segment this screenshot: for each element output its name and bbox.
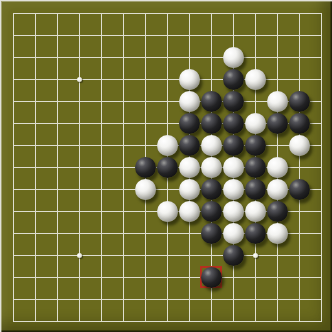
intersection[interactable] [178, 178, 200, 200]
intersection[interactable] [178, 68, 200, 90]
white-stone [179, 201, 200, 222]
intersection[interactable] [24, 244, 46, 266]
intersection[interactable] [2, 134, 24, 156]
intersection[interactable] [222, 244, 244, 266]
intersection[interactable] [2, 90, 24, 112]
intersection[interactable] [90, 112, 112, 134]
intersection[interactable] [310, 46, 332, 68]
intersection[interactable] [134, 244, 156, 266]
intersection[interactable] [156, 2, 178, 24]
intersection[interactable] [68, 310, 90, 332]
black-stone [267, 113, 288, 134]
intersection[interactable] [310, 266, 332, 288]
intersection[interactable] [200, 288, 222, 310]
intersection[interactable] [266, 90, 288, 112]
intersection[interactable] [288, 24, 310, 46]
intersection[interactable] [112, 156, 134, 178]
intersection[interactable] [90, 46, 112, 68]
intersection[interactable] [156, 90, 178, 112]
intersection[interactable] [90, 310, 112, 332]
intersection[interactable] [156, 244, 178, 266]
intersection[interactable] [134, 178, 156, 200]
intersection[interactable] [222, 288, 244, 310]
intersection[interactable] [222, 46, 244, 68]
black-stone [245, 135, 266, 156]
intersection[interactable] [90, 288, 112, 310]
intersection[interactable] [310, 90, 332, 112]
intersection[interactable] [288, 112, 310, 134]
white-stone [223, 157, 244, 178]
white-stone [223, 47, 244, 68]
intersection[interactable] [288, 90, 310, 112]
intersection[interactable] [46, 266, 68, 288]
white-stone [245, 69, 266, 90]
intersection[interactable] [200, 112, 222, 134]
intersection[interactable] [310, 68, 332, 90]
intersection[interactable] [266, 222, 288, 244]
intersection[interactable] [178, 288, 200, 310]
intersection[interactable] [310, 222, 332, 244]
intersection[interactable] [24, 222, 46, 244]
intersection[interactable] [24, 310, 46, 332]
intersection[interactable] [288, 156, 310, 178]
black-stone [267, 201, 288, 222]
black-stone [223, 91, 244, 112]
intersection[interactable] [90, 68, 112, 90]
intersection[interactable] [200, 244, 222, 266]
black-stone [201, 179, 222, 200]
intersection[interactable] [112, 200, 134, 222]
intersection[interactable] [266, 178, 288, 200]
intersection[interactable] [68, 24, 90, 46]
intersection[interactable] [156, 156, 178, 178]
intersection[interactable] [134, 222, 156, 244]
intersection[interactable] [310, 310, 332, 332]
intersection[interactable] [266, 134, 288, 156]
intersection[interactable] [24, 200, 46, 222]
intersection[interactable] [200, 156, 222, 178]
intersection[interactable] [200, 2, 222, 24]
intersection[interactable] [112, 24, 134, 46]
intersection[interactable] [24, 68, 46, 90]
intersection[interactable] [134, 46, 156, 68]
intersection[interactable] [244, 2, 266, 24]
white-stone [135, 179, 156, 200]
intersection[interactable] [46, 24, 68, 46]
intersection[interactable] [112, 222, 134, 244]
intersection[interactable] [24, 24, 46, 46]
white-stone [201, 135, 222, 156]
intersection[interactable] [68, 112, 90, 134]
intersection[interactable] [288, 222, 310, 244]
intersection[interactable] [134, 24, 156, 46]
intersection[interactable] [134, 288, 156, 310]
intersection[interactable] [222, 266, 244, 288]
black-stone [201, 113, 222, 134]
intersection[interactable] [90, 24, 112, 46]
intersection[interactable] [2, 68, 24, 90]
intersection[interactable] [46, 178, 68, 200]
intersection[interactable] [2, 46, 24, 68]
intersection[interactable] [134, 156, 156, 178]
intersection[interactable] [310, 134, 332, 156]
intersection[interactable] [2, 24, 24, 46]
black-stone [245, 179, 266, 200]
intersection[interactable] [90, 244, 112, 266]
intersection[interactable] [90, 134, 112, 156]
intersection[interactable] [222, 112, 244, 134]
intersection[interactable] [156, 112, 178, 134]
intersection[interactable] [266, 310, 288, 332]
intersection[interactable] [46, 46, 68, 68]
intersection[interactable] [2, 266, 24, 288]
intersection[interactable] [46, 2, 68, 24]
black-stone [223, 135, 244, 156]
white-stone [223, 223, 244, 244]
intersection[interactable] [68, 90, 90, 112]
intersection[interactable] [244, 244, 266, 266]
intersection[interactable] [244, 134, 266, 156]
black-stone [135, 157, 156, 178]
intersection[interactable] [288, 266, 310, 288]
intersection[interactable] [24, 112, 46, 134]
black-stone [223, 245, 244, 266]
intersection[interactable] [310, 112, 332, 134]
black-stone [245, 223, 266, 244]
white-stone [179, 69, 200, 90]
intersection[interactable] [156, 266, 178, 288]
intersection[interactable] [68, 68, 90, 90]
intersection[interactable] [90, 2, 112, 24]
intersection[interactable] [24, 288, 46, 310]
intersection[interactable] [134, 266, 156, 288]
intersection[interactable] [134, 68, 156, 90]
white-stone [267, 91, 288, 112]
intersection[interactable] [46, 288, 68, 310]
intersection[interactable] [244, 310, 266, 332]
intersection[interactable] [2, 112, 24, 134]
intersection[interactable] [178, 222, 200, 244]
intersection[interactable] [156, 288, 178, 310]
intersection[interactable] [178, 112, 200, 134]
intersection[interactable] [2, 222, 24, 244]
intersection[interactable] [90, 156, 112, 178]
intersection[interactable] [156, 178, 178, 200]
intersection[interactable] [2, 310, 24, 332]
intersection[interactable] [178, 200, 200, 222]
intersection[interactable] [266, 46, 288, 68]
black-stone [289, 179, 310, 200]
white-stone [223, 201, 244, 222]
white-stone [289, 135, 310, 156]
intersection[interactable] [46, 112, 68, 134]
black-stone [289, 91, 310, 112]
intersection[interactable] [288, 178, 310, 200]
intersection[interactable] [200, 24, 222, 46]
intersection[interactable] [112, 46, 134, 68]
intersection[interactable] [134, 310, 156, 332]
intersection[interactable] [288, 134, 310, 156]
black-stone [179, 135, 200, 156]
intersection[interactable] [46, 310, 68, 332]
intersection[interactable] [68, 46, 90, 68]
intersection[interactable] [222, 24, 244, 46]
intersection[interactable] [244, 90, 266, 112]
intersection[interactable] [244, 156, 266, 178]
intersection[interactable] [178, 24, 200, 46]
intersection[interactable] [200, 68, 222, 90]
intersection[interactable] [310, 200, 332, 222]
intersection[interactable] [200, 222, 222, 244]
intersection[interactable] [266, 2, 288, 24]
intersection[interactable] [310, 288, 332, 310]
intersection[interactable] [2, 244, 24, 266]
black-stone [201, 223, 222, 244]
intersection[interactable] [156, 134, 178, 156]
intersection[interactable] [244, 24, 266, 46]
intersection[interactable] [134, 2, 156, 24]
intersection[interactable] [266, 156, 288, 178]
intersection[interactable] [222, 178, 244, 200]
intersection[interactable] [222, 310, 244, 332]
intersection[interactable] [112, 68, 134, 90]
intersection[interactable] [2, 2, 24, 24]
intersection[interactable] [200, 178, 222, 200]
intersection[interactable] [112, 112, 134, 134]
intersection[interactable] [112, 178, 134, 200]
intersection[interactable] [266, 24, 288, 46]
white-stone [157, 135, 178, 156]
intersection[interactable] [222, 200, 244, 222]
white-stone [179, 91, 200, 112]
intersection[interactable] [46, 244, 68, 266]
intersection[interactable] [2, 156, 24, 178]
intersection[interactable] [244, 222, 266, 244]
intersection[interactable] [244, 266, 266, 288]
black-stone [201, 201, 222, 222]
white-stone [201, 157, 222, 178]
intersection[interactable] [156, 68, 178, 90]
intersection[interactable] [178, 2, 200, 24]
intersection[interactable] [134, 112, 156, 134]
white-stone [267, 157, 288, 178]
intersection[interactable] [222, 68, 244, 90]
black-stone [223, 113, 244, 134]
black-stone [201, 267, 222, 288]
intersection[interactable] [266, 112, 288, 134]
intersection[interactable] [24, 46, 46, 68]
intersection[interactable] [24, 90, 46, 112]
intersection[interactable] [156, 200, 178, 222]
white-stone [245, 113, 266, 134]
intersection[interactable] [266, 266, 288, 288]
black-stone [289, 113, 310, 134]
intersection[interactable] [68, 200, 90, 222]
intersection[interactable] [68, 134, 90, 156]
intersection[interactable] [46, 222, 68, 244]
intersection[interactable] [178, 46, 200, 68]
intersection[interactable] [68, 222, 90, 244]
intersection[interactable] [24, 178, 46, 200]
intersection[interactable] [2, 288, 24, 310]
intersection[interactable] [134, 90, 156, 112]
intersection[interactable] [46, 200, 68, 222]
intersection[interactable] [156, 222, 178, 244]
intersection[interactable] [112, 90, 134, 112]
gomoku-board[interactable] [0, 0, 332, 332]
white-stone [267, 179, 288, 200]
intersection[interactable] [68, 178, 90, 200]
intersection[interactable] [68, 266, 90, 288]
intersection[interactable] [112, 134, 134, 156]
intersection[interactable] [222, 134, 244, 156]
intersection[interactable] [68, 244, 90, 266]
intersection[interactable] [310, 156, 332, 178]
intersection[interactable] [2, 178, 24, 200]
black-stone [201, 91, 222, 112]
intersection[interactable] [46, 134, 68, 156]
intersection[interactable] [90, 90, 112, 112]
intersection[interactable] [178, 90, 200, 112]
intersection[interactable] [156, 310, 178, 332]
intersection[interactable] [200, 134, 222, 156]
intersection[interactable] [200, 310, 222, 332]
intersection[interactable] [2, 200, 24, 222]
intersection[interactable] [244, 200, 266, 222]
intersection[interactable] [112, 244, 134, 266]
intersection[interactable] [288, 200, 310, 222]
intersections-layer [2, 2, 332, 332]
intersection[interactable] [68, 156, 90, 178]
intersection[interactable] [178, 156, 200, 178]
intersection[interactable] [46, 156, 68, 178]
intersection[interactable] [24, 134, 46, 156]
intersection[interactable] [46, 90, 68, 112]
intersection[interactable] [310, 178, 332, 200]
intersection[interactable] [112, 288, 134, 310]
white-stone [267, 223, 288, 244]
intersection[interactable] [24, 156, 46, 178]
intersection[interactable] [90, 266, 112, 288]
intersection[interactable] [90, 178, 112, 200]
intersection[interactable] [288, 288, 310, 310]
white-stone [179, 179, 200, 200]
intersection[interactable] [288, 2, 310, 24]
intersection[interactable] [244, 288, 266, 310]
intersection[interactable] [112, 2, 134, 24]
white-stone [223, 179, 244, 200]
intersection[interactable] [68, 2, 90, 24]
intersection[interactable] [266, 68, 288, 90]
intersection[interactable] [222, 156, 244, 178]
intersection[interactable] [244, 46, 266, 68]
intersection[interactable] [200, 266, 222, 288]
intersection[interactable] [68, 288, 90, 310]
intersection[interactable] [200, 90, 222, 112]
game-window [0, 0, 332, 332]
intersection[interactable] [46, 68, 68, 90]
intersection[interactable] [266, 288, 288, 310]
intersection[interactable] [288, 68, 310, 90]
intersection[interactable] [200, 46, 222, 68]
black-stone [157, 157, 178, 178]
white-stone [245, 201, 266, 222]
intersection[interactable] [156, 24, 178, 46]
intersection[interactable] [244, 112, 266, 134]
intersection[interactable] [288, 244, 310, 266]
intersection[interactable] [244, 68, 266, 90]
black-stone [223, 69, 244, 90]
intersection[interactable] [222, 90, 244, 112]
intersection[interactable] [288, 46, 310, 68]
intersection[interactable] [178, 310, 200, 332]
white-stone [157, 201, 178, 222]
intersection[interactable] [134, 200, 156, 222]
intersection[interactable] [24, 2, 46, 24]
intersection[interactable] [90, 200, 112, 222]
intersection[interactable] [24, 266, 46, 288]
intersection[interactable] [244, 178, 266, 200]
intersection[interactable] [178, 134, 200, 156]
intersection[interactable] [310, 244, 332, 266]
intersection[interactable] [222, 222, 244, 244]
intersection[interactable] [156, 46, 178, 68]
intersection[interactable] [112, 310, 134, 332]
intersection[interactable] [178, 266, 200, 288]
intersection[interactable] [134, 134, 156, 156]
black-stone [179, 113, 200, 134]
intersection[interactable] [310, 24, 332, 46]
intersection[interactable] [178, 244, 200, 266]
intersection[interactable] [90, 222, 112, 244]
black-stone [245, 157, 266, 178]
intersection[interactable] [266, 244, 288, 266]
intersection[interactable] [266, 200, 288, 222]
intersection[interactable] [222, 2, 244, 24]
intersection[interactable] [310, 2, 332, 24]
intersection[interactable] [200, 200, 222, 222]
intersection[interactable] [112, 266, 134, 288]
intersection[interactable] [288, 310, 310, 332]
white-stone [179, 157, 200, 178]
